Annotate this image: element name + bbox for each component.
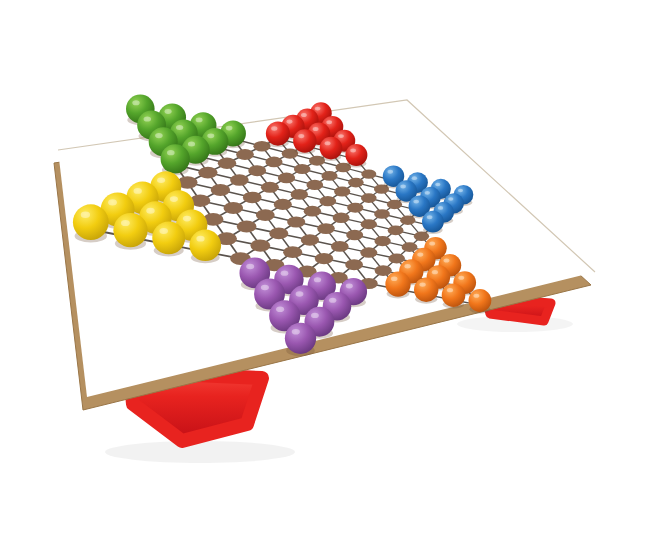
- marble-highlight: [155, 133, 163, 138]
- marble-highlight: [438, 206, 443, 210]
- marble-highlight: [425, 191, 430, 195]
- marble-highlight: [281, 271, 289, 276]
- grid-hole: [374, 236, 390, 246]
- grid-hole: [347, 203, 363, 213]
- grid-hole: [274, 199, 292, 210]
- marble-highlight: [388, 170, 394, 174]
- marble-highlight: [412, 176, 417, 180]
- marble-highlight: [121, 220, 130, 226]
- grid-hole: [388, 253, 405, 263]
- grid-hole: [287, 216, 305, 227]
- board-scene: [0, 0, 650, 550]
- grid-hole: [317, 223, 335, 234]
- grid-hole: [402, 242, 418, 252]
- marble-highlight: [157, 177, 165, 183]
- marble-highlight: [271, 126, 277, 130]
- grid-hole: [243, 192, 262, 204]
- marble-highlight: [338, 134, 344, 138]
- grid-hole: [301, 234, 319, 245]
- marble-orange: [385, 271, 410, 296]
- marble-highlight: [419, 282, 425, 286]
- marble-highlight: [134, 188, 142, 194]
- grid-hole: [211, 184, 230, 196]
- marble-highlight: [296, 291, 304, 296]
- grid-hole: [348, 178, 364, 188]
- marble-highlight: [286, 120, 292, 124]
- marble-highlight: [326, 120, 332, 124]
- marble-yellow: [73, 204, 109, 240]
- grid-hole: [333, 213, 350, 223]
- marble-highlight: [311, 313, 319, 318]
- marble-yellow: [190, 230, 222, 262]
- grid-hole: [306, 180, 323, 190]
- grid-hole: [374, 209, 390, 219]
- marble-highlight: [473, 294, 479, 298]
- marble-highlight: [261, 285, 269, 291]
- grid-hole: [256, 209, 275, 221]
- marble-orange: [442, 283, 466, 307]
- marble-highlight: [276, 307, 284, 313]
- grid-hole: [321, 171, 337, 181]
- marble-yellow: [152, 221, 185, 254]
- marble-highlight: [404, 264, 410, 268]
- marble-highlight: [346, 284, 353, 289]
- chinese-checkers-product-photo: [0, 0, 650, 550]
- marble-highlight: [196, 236, 204, 242]
- marble-blue: [422, 211, 444, 233]
- marble-highlight: [108, 199, 117, 205]
- marble-highlight: [81, 211, 90, 217]
- grid-hole: [345, 259, 363, 270]
- marble-orange: [469, 289, 492, 312]
- marble-highlight: [246, 264, 254, 270]
- marble-red: [320, 137, 343, 160]
- grid-hole: [250, 239, 270, 251]
- grid-hole: [361, 193, 377, 203]
- grid-hole: [261, 182, 279, 193]
- marble-red: [293, 129, 316, 152]
- marble-highlight: [207, 133, 214, 138]
- marble-highlight: [188, 141, 195, 146]
- grid-hole: [304, 206, 321, 217]
- marble-highlight: [196, 118, 203, 123]
- marble-green: [161, 144, 190, 173]
- grid-hole: [248, 165, 266, 176]
- grid-hole: [361, 219, 377, 229]
- marble-highlight: [314, 277, 321, 282]
- marble-highlight: [170, 196, 178, 202]
- grid-hole: [375, 265, 392, 276]
- marble-highlight: [292, 329, 300, 335]
- grid-hole: [319, 196, 336, 206]
- marble-orange: [414, 277, 438, 301]
- grid-hole: [294, 164, 311, 174]
- marble-highlight: [448, 197, 453, 201]
- marble-red: [345, 144, 367, 166]
- marble-highlight: [444, 258, 450, 262]
- marble-highlight: [458, 189, 463, 193]
- ground-shadow: [105, 441, 295, 463]
- marble-yellow: [113, 213, 147, 247]
- grid-hole: [218, 158, 236, 169]
- grid-hole: [361, 169, 376, 178]
- marble-highlight: [350, 148, 356, 152]
- marble-highlight: [301, 113, 307, 117]
- marble-highlight: [159, 228, 168, 234]
- grid-hole: [334, 187, 350, 197]
- marble-highlight: [391, 277, 398, 282]
- marble-highlight: [325, 141, 331, 145]
- grid-hole: [265, 157, 282, 168]
- marble-highlight: [435, 183, 440, 187]
- marble-highlight: [298, 134, 304, 138]
- grid-hole: [230, 174, 249, 185]
- marble-highlight: [176, 125, 183, 130]
- grid-hole: [283, 246, 302, 258]
- marble-highlight: [167, 150, 175, 155]
- grid-hole: [346, 230, 363, 240]
- marble-highlight: [313, 127, 319, 131]
- grid-hole: [198, 167, 217, 179]
- marble-highlight: [183, 216, 191, 222]
- grid-hole: [315, 253, 333, 264]
- marble-purple: [285, 323, 316, 354]
- marble-highlight: [413, 200, 419, 204]
- marble-highlight: [432, 270, 438, 274]
- marble-highlight: [315, 107, 321, 111]
- grid-hole: [278, 173, 295, 184]
- marble-highlight: [458, 276, 464, 280]
- marble-highlight: [144, 116, 152, 121]
- grid-hole: [331, 241, 349, 252]
- marble-red: [266, 122, 290, 146]
- marble-highlight: [427, 215, 433, 219]
- marble-highlight: [329, 298, 336, 303]
- grid-hole: [388, 226, 404, 236]
- grid-hole: [291, 189, 308, 200]
- grid-hole: [224, 202, 244, 214]
- marble-highlight: [429, 241, 435, 245]
- grid-hole: [237, 220, 257, 232]
- grid-hole: [269, 228, 288, 240]
- grid-hole: [360, 247, 377, 258]
- marble-highlight: [226, 126, 233, 131]
- grid-hole: [236, 149, 254, 160]
- marble-highlight: [400, 185, 406, 189]
- marble-highlight: [417, 252, 423, 256]
- marble-highlight: [132, 100, 139, 105]
- marble-highlight: [146, 208, 154, 214]
- marble-highlight: [447, 288, 453, 292]
- marble-highlight: [165, 109, 172, 114]
